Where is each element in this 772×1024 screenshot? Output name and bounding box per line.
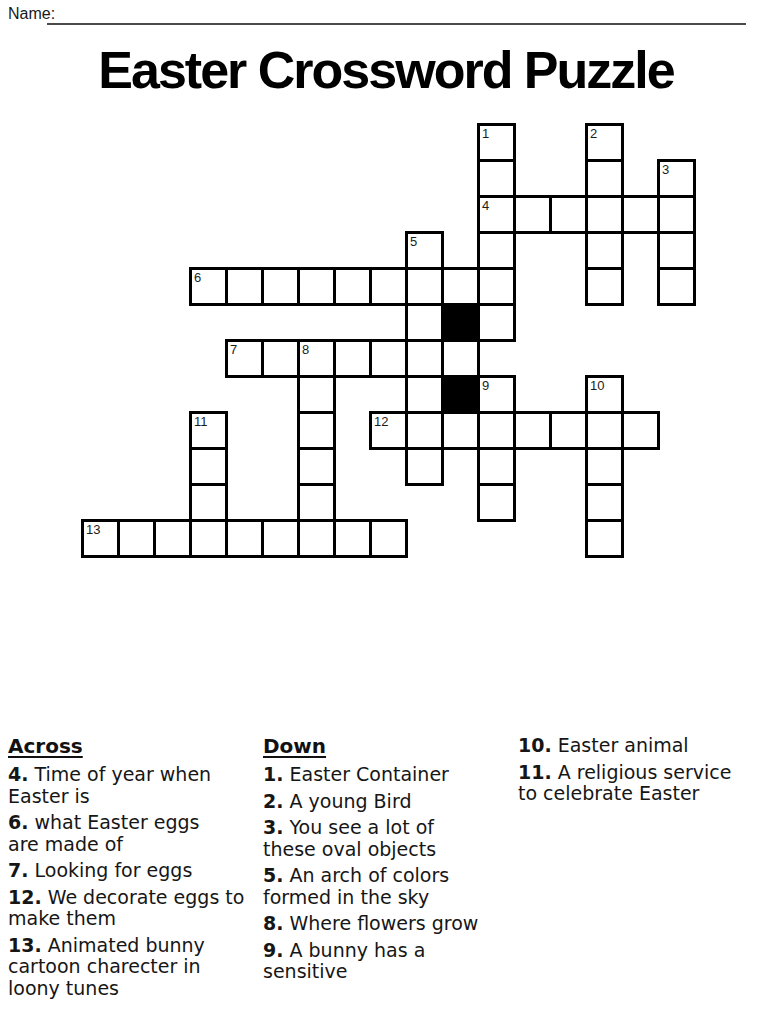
clue-number-label: 13: [86, 522, 100, 537]
clue-text: We decorate eggs to make them: [8, 886, 244, 930]
answer-cell[interactable]: [657, 267, 696, 306]
answer-cell[interactable]: [477, 159, 516, 198]
clue-text: Time of year when Easter is: [8, 763, 211, 807]
clue-text: Easter Container: [290, 763, 449, 785]
down-clues-column: Down 1. Easter Container 2. A young Bird…: [263, 735, 513, 988]
clue-number: 7.: [8, 859, 28, 881]
answer-cell[interactable]: [297, 519, 336, 558]
answer-cell[interactable]: [513, 411, 552, 450]
answer-cell[interactable]: 10: [585, 375, 624, 414]
answer-cell[interactable]: [585, 519, 624, 558]
clue-down-9: 9. A bunny has a sensitive: [263, 940, 513, 983]
clue-text: Looking for eggs: [35, 859, 193, 881]
clue-text: A young Bird: [290, 790, 412, 812]
answer-cell[interactable]: [549, 195, 588, 234]
clue-number: 4.: [8, 763, 28, 785]
clue-across-12: 12. We decorate eggs to make them: [8, 887, 252, 930]
answer-cell[interactable]: [333, 267, 372, 306]
answer-cell[interactable]: [585, 267, 624, 306]
answer-cell[interactable]: [477, 483, 516, 522]
answer-cell[interactable]: 6: [189, 267, 228, 306]
answer-cell[interactable]: [657, 195, 696, 234]
clue-number: 3.: [263, 816, 283, 838]
answer-cell[interactable]: [477, 303, 516, 342]
clue-number: 1.: [263, 763, 283, 785]
answer-cell[interactable]: [585, 159, 624, 198]
answer-cell[interactable]: [585, 195, 624, 234]
clue-number-label: 11: [194, 414, 208, 429]
clue-text: An arch of colors formed in the sky: [263, 864, 449, 908]
answer-cell[interactable]: 11: [189, 411, 228, 450]
clue-number-label: 4: [482, 198, 489, 213]
answer-cell[interactable]: [189, 447, 228, 486]
clue-number: 8.: [263, 912, 283, 934]
answer-cell[interactable]: [297, 411, 336, 450]
clue-down-2: 2. A young Bird: [263, 791, 513, 813]
clue-number: 11.: [518, 761, 552, 783]
answer-cell[interactable]: [477, 231, 516, 270]
clue-down-3: 3. You see a lot of these oval objects: [263, 817, 513, 860]
answer-cell[interactable]: [405, 267, 444, 306]
answer-cell[interactable]: [405, 375, 444, 414]
answer-cell[interactable]: [405, 303, 444, 342]
clue-text: Where flowers grow: [290, 912, 479, 934]
answer-cell[interactable]: 12: [369, 411, 408, 450]
black-cell: [441, 375, 480, 414]
clue-number: 2.: [263, 790, 283, 812]
clue-down-5: 5. An arch of colors formed in the sky: [263, 865, 513, 908]
clue-across-4: 4. Time of year when Easter is: [8, 764, 252, 807]
answer-cell[interactable]: 1: [477, 123, 516, 162]
answer-cell[interactable]: [477, 411, 516, 450]
clue-across-6: 6. what Easter eggs are made of: [8, 812, 252, 855]
answer-cell[interactable]: [441, 267, 480, 306]
clue-number-label: 10: [590, 378, 604, 393]
answer-cell[interactable]: 3: [657, 159, 696, 198]
clue-number-label: 6: [194, 270, 201, 285]
answer-cell[interactable]: [369, 267, 408, 306]
answer-cell[interactable]: 8: [297, 339, 336, 378]
answer-cell[interactable]: [189, 519, 228, 558]
clue-number-label: 9: [482, 378, 489, 393]
clue-number-label: 2: [590, 126, 597, 141]
answer-cell[interactable]: [189, 483, 228, 522]
answer-cell[interactable]: [405, 339, 444, 378]
answer-cell[interactable]: 7: [225, 339, 264, 378]
answer-cell[interactable]: [369, 519, 408, 558]
down-clues-column-continued: 10. Easter animal 11. A religious servic…: [518, 735, 770, 810]
answer-cell[interactable]: [225, 519, 264, 558]
clue-text: Easter animal: [558, 734, 689, 756]
clue-number-label: 8: [302, 342, 309, 357]
answer-cell[interactable]: [297, 483, 336, 522]
answer-cell[interactable]: 4: [477, 195, 516, 234]
clue-number: 9.: [263, 939, 283, 961]
clue-number: 6.: [8, 811, 28, 833]
name-input-line[interactable]: [47, 1, 746, 25]
clue-number: 5.: [263, 864, 283, 886]
answer-cell[interactable]: [585, 231, 624, 270]
answer-cell[interactable]: [621, 195, 660, 234]
answer-cell[interactable]: [405, 411, 444, 450]
clue-number-label: 1: [482, 126, 489, 141]
answer-cell[interactable]: [441, 339, 480, 378]
clue-number-label: 5: [410, 234, 417, 249]
answer-cell[interactable]: [477, 447, 516, 486]
page-title: Easter Crossword Puzzle: [0, 40, 772, 100]
answer-cell[interactable]: [333, 519, 372, 558]
answer-cell[interactable]: [117, 519, 156, 558]
answer-cell[interactable]: 5: [405, 231, 444, 270]
clue-across-7: 7. Looking for eggs: [8, 860, 252, 882]
clue-number: 12.: [8, 886, 42, 908]
clue-down-11: 11. A religious service to celebrate Eas…: [518, 762, 770, 805]
answer-cell[interactable]: [441, 411, 480, 450]
answer-cell[interactable]: [405, 447, 444, 486]
across-clues-column: Across 4. Time of year when Easter is 6.…: [8, 735, 252, 1004]
answer-cell[interactable]: 9: [477, 375, 516, 414]
clue-number-label: 3: [662, 162, 669, 177]
clue-text: what Easter eggs are made of: [8, 811, 199, 855]
answer-cell[interactable]: 13: [81, 519, 120, 558]
clue-number: 13.: [8, 934, 42, 956]
answer-cell[interactable]: [297, 267, 336, 306]
answer-cell[interactable]: [477, 267, 516, 306]
answer-cell[interactable]: [297, 375, 336, 414]
answer-cell[interactable]: [585, 447, 624, 486]
clue-down-8: 8. Where flowers grow: [263, 913, 513, 935]
answer-cell[interactable]: [261, 339, 300, 378]
answer-cell[interactable]: [297, 447, 336, 486]
answer-cell[interactable]: [585, 411, 624, 450]
answer-cell[interactable]: [225, 267, 264, 306]
clue-number: 10.: [518, 734, 552, 756]
answer-cell[interactable]: [549, 411, 588, 450]
clue-number-label: 12: [374, 414, 388, 429]
clue-text: A bunny has a sensitive: [263, 939, 425, 983]
answer-cell[interactable]: [513, 195, 552, 234]
answer-cell[interactable]: [621, 411, 660, 450]
clue-text: You see a lot of these oval objects: [263, 816, 436, 860]
answer-cell[interactable]: 2: [585, 123, 624, 162]
answer-cell[interactable]: [261, 267, 300, 306]
clue-across-13: 13. Animated bunny cartoon charecter in …: [8, 935, 252, 1000]
clue-down-10: 10. Easter animal: [518, 735, 770, 757]
black-cell: [441, 303, 480, 342]
answer-cell[interactable]: [369, 339, 408, 378]
clue-number-label: 7: [230, 342, 237, 357]
answer-cell[interactable]: [333, 339, 372, 378]
answer-cell[interactable]: [261, 519, 300, 558]
answer-cell[interactable]: [153, 519, 192, 558]
clue-down-1: 1. Easter Container: [263, 764, 513, 786]
worksheet-page: Name: Easter Crossword Puzzle 1234567891…: [0, 0, 772, 1024]
across-header: Across: [8, 735, 252, 757]
answer-cell[interactable]: [585, 483, 624, 522]
down-header: Down: [263, 735, 513, 757]
crossword-grid: 12345678910111213: [81, 123, 696, 558]
answer-cell[interactable]: [657, 231, 696, 270]
